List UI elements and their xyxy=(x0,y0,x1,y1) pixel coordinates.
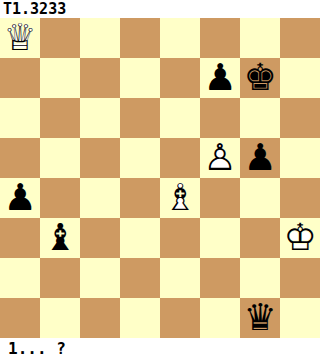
square-b7[interactable] xyxy=(40,58,80,98)
square-a1[interactable] xyxy=(0,298,40,338)
chess-board: ♛♕♟♚♟♙♟♟♝♗♝♚♔♛ xyxy=(0,18,320,338)
white-king[interactable]: ♔ xyxy=(280,218,320,258)
square-e2[interactable] xyxy=(160,258,200,298)
square-g3[interactable] xyxy=(240,218,280,258)
square-c1[interactable] xyxy=(80,298,120,338)
square-b4[interactable] xyxy=(40,178,80,218)
square-g1[interactable]: ♛ xyxy=(240,298,280,338)
square-f7[interactable]: ♟ xyxy=(200,58,240,98)
square-c4[interactable] xyxy=(80,178,120,218)
black-bishop[interactable]: ♝ xyxy=(40,218,80,258)
square-g2[interactable] xyxy=(240,258,280,298)
square-e1[interactable] xyxy=(160,298,200,338)
square-e4[interactable]: ♝♗ xyxy=(160,178,200,218)
square-a5[interactable] xyxy=(0,138,40,178)
square-f4[interactable] xyxy=(200,178,240,218)
square-d1[interactable] xyxy=(120,298,160,338)
square-g7[interactable]: ♚ xyxy=(240,58,280,98)
square-b6[interactable] xyxy=(40,98,80,138)
square-a7[interactable] xyxy=(0,58,40,98)
square-c2[interactable] xyxy=(80,258,120,298)
square-c5[interactable] xyxy=(80,138,120,178)
square-h3[interactable]: ♚♔ xyxy=(280,218,320,258)
square-b3[interactable]: ♝ xyxy=(40,218,80,258)
square-e3[interactable] xyxy=(160,218,200,258)
white-queen[interactable]: ♕ xyxy=(0,18,40,58)
square-e7[interactable] xyxy=(160,58,200,98)
square-f3[interactable] xyxy=(200,218,240,258)
square-b8[interactable] xyxy=(40,18,80,58)
square-a2[interactable] xyxy=(0,258,40,298)
square-f8[interactable] xyxy=(200,18,240,58)
square-a6[interactable] xyxy=(0,98,40,138)
square-h4[interactable] xyxy=(280,178,320,218)
move-prompt: 1... ? xyxy=(0,338,320,360)
square-c7[interactable] xyxy=(80,58,120,98)
square-d8[interactable] xyxy=(120,18,160,58)
square-d3[interactable] xyxy=(120,218,160,258)
square-h6[interactable] xyxy=(280,98,320,138)
square-d2[interactable] xyxy=(120,258,160,298)
square-h8[interactable] xyxy=(280,18,320,58)
puzzle-id: T1.3233 xyxy=(0,0,320,18)
square-f5[interactable]: ♟♙ xyxy=(200,138,240,178)
square-a3[interactable] xyxy=(0,218,40,258)
square-d4[interactable] xyxy=(120,178,160,218)
square-a4[interactable]: ♟ xyxy=(0,178,40,218)
square-b2[interactable] xyxy=(40,258,80,298)
square-d6[interactable] xyxy=(120,98,160,138)
square-h5[interactable] xyxy=(280,138,320,178)
square-a8[interactable]: ♛♕ xyxy=(0,18,40,58)
square-h2[interactable] xyxy=(280,258,320,298)
square-g5[interactable]: ♟ xyxy=(240,138,280,178)
black-pawn[interactable]: ♟ xyxy=(0,178,40,218)
black-king[interactable]: ♚ xyxy=(240,58,280,98)
black-queen[interactable]: ♛ xyxy=(240,298,280,338)
square-f6[interactable] xyxy=(200,98,240,138)
square-b5[interactable] xyxy=(40,138,80,178)
square-c3[interactable] xyxy=(80,218,120,258)
square-g4[interactable] xyxy=(240,178,280,218)
square-f2[interactable] xyxy=(200,258,240,298)
square-f1[interactable] xyxy=(200,298,240,338)
white-bishop[interactable]: ♗ xyxy=(160,178,200,218)
black-pawn[interactable]: ♟ xyxy=(200,58,240,98)
square-e8[interactable] xyxy=(160,18,200,58)
square-h1[interactable] xyxy=(280,298,320,338)
square-d7[interactable] xyxy=(120,58,160,98)
square-g8[interactable] xyxy=(240,18,280,58)
black-pawn[interactable]: ♟ xyxy=(240,138,280,178)
square-e6[interactable] xyxy=(160,98,200,138)
square-g6[interactable] xyxy=(240,98,280,138)
white-pawn[interactable]: ♙ xyxy=(200,138,240,178)
square-c8[interactable] xyxy=(80,18,120,58)
square-d5[interactable] xyxy=(120,138,160,178)
square-c6[interactable] xyxy=(80,98,120,138)
square-h7[interactable] xyxy=(280,58,320,98)
square-b1[interactable] xyxy=(40,298,80,338)
square-e5[interactable] xyxy=(160,138,200,178)
